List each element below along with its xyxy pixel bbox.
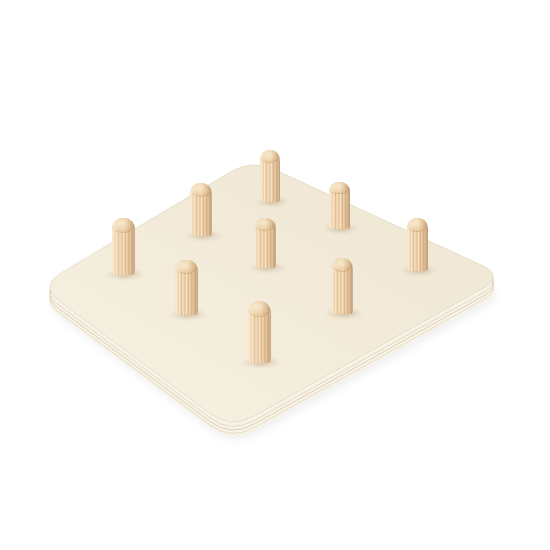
peg-shading xyxy=(260,150,280,202)
peg-shading xyxy=(248,301,271,363)
peg-r2c3[interactable] xyxy=(329,182,350,229)
peg-r2c2[interactable] xyxy=(254,218,276,268)
peg-shading xyxy=(329,182,350,229)
pegs-layer xyxy=(0,0,550,550)
peg-shading xyxy=(175,260,198,315)
peg-r3c3[interactable] xyxy=(407,218,428,271)
peg-r3c2[interactable] xyxy=(331,258,353,314)
peg-r1c1[interactable] xyxy=(112,218,135,275)
peg-r3c1[interactable] xyxy=(248,301,271,363)
peg-shading xyxy=(254,218,276,268)
product-photo-scene xyxy=(0,0,550,550)
peg-r2c1[interactable] xyxy=(175,260,198,315)
peg-shading xyxy=(112,218,135,275)
peg-shading xyxy=(190,183,212,236)
peg-shading xyxy=(331,258,353,314)
peg-shading xyxy=(407,218,428,271)
peg-r1c2[interactable] xyxy=(190,183,212,236)
peg-r1c3[interactable] xyxy=(260,150,280,202)
